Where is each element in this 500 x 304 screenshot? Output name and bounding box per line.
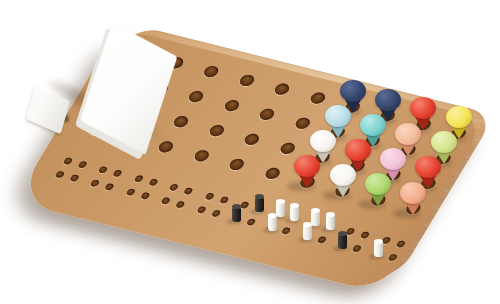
photo-scene [0,0,500,304]
key-peg-white[interactable] [276,199,285,217]
peg-cap [360,114,386,136]
peg-cap [410,97,436,119]
key-peg-top [303,222,312,227]
key-peg-top [268,213,277,218]
peg-cap [294,155,320,177]
key-peg-white[interactable] [303,222,312,240]
code-peg-white[interactable] [330,164,356,197]
key-peg-top [326,212,335,217]
peg-cap [431,131,457,153]
peg-cap [330,164,356,186]
key-peg-top [338,231,347,236]
peg-cone [299,175,315,188]
key-peg-black[interactable] [255,194,264,212]
pegs-layer [0,0,500,304]
key-peg-white[interactable] [290,203,299,221]
peg-cap [345,139,371,161]
peg-cap [365,173,391,195]
peg-cap [325,105,351,127]
key-peg-white[interactable] [326,212,335,230]
key-peg-white[interactable] [311,208,320,226]
key-peg-white[interactable] [268,213,277,231]
code-peg-salmon[interactable] [400,182,426,215]
peg-cap [446,106,472,128]
peg-cap [400,182,426,204]
key-peg-black[interactable] [232,204,241,222]
peg-cap [415,156,441,178]
peg-cap [375,89,401,111]
key-peg-white[interactable] [374,239,383,257]
key-peg-black[interactable] [338,231,347,249]
peg-cap [380,148,406,170]
code-peg-red[interactable] [294,155,320,188]
peg-cap [395,123,421,145]
code-peg-lime[interactable] [365,173,391,206]
peg-cap [310,130,336,152]
peg-cap [340,80,366,102]
